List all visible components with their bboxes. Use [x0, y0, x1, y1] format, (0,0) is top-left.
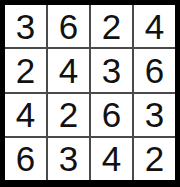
cell-r2c2: 4: [48, 49, 89, 91]
cell-r3c4: 3: [134, 94, 175, 136]
cell-r3c2: 2: [48, 94, 89, 136]
cell-r3c1: 4: [5, 94, 46, 136]
cell-r4c1: 6: [5, 138, 46, 180]
cell-r1c1: 3: [5, 5, 46, 47]
cell-r1c2: 6: [48, 5, 89, 47]
cell-r4c3: 4: [91, 138, 132, 180]
cell-r1c4: 4: [134, 5, 175, 47]
cell-r3c3: 6: [91, 94, 132, 136]
cell-r2c4: 6: [134, 49, 175, 91]
cell-r2c3: 3: [91, 49, 132, 91]
cell-r2c1: 2: [5, 49, 46, 91]
latin-square-board: 3624243642636342: [0, 0, 180, 187]
cell-r4c4: 2: [134, 138, 175, 180]
cell-r1c3: 2: [91, 5, 132, 47]
cell-r4c2: 3: [48, 138, 89, 180]
grid: 3624243642636342: [5, 5, 175, 180]
